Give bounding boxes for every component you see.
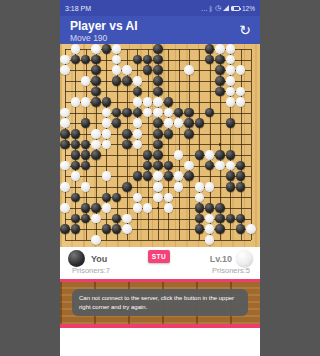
black-stone[interactable]: [153, 55, 163, 65]
white-stone[interactable]: [174, 118, 184, 128]
black-stone[interactable]: [122, 182, 132, 192]
black-stone[interactable]: [226, 118, 236, 128]
white-stone[interactable]: [226, 65, 236, 75]
black-stone[interactable]: [215, 87, 225, 97]
black-stone[interactable]: [153, 129, 163, 139]
white-stone[interactable]: [60, 182, 70, 192]
white-stone[interactable]: [81, 76, 91, 86]
white-stone[interactable]: [153, 97, 163, 107]
white-stone[interactable]: [174, 182, 184, 192]
black-stone[interactable]: [81, 203, 91, 213]
white-stone[interactable]: [226, 44, 236, 54]
black-stone[interactable]: [91, 65, 101, 75]
white-stone[interactable]: [60, 108, 70, 118]
black-stone[interactable]: [143, 65, 153, 75]
white-stone[interactable]: [236, 97, 246, 107]
more-dots-icon: …: [201, 5, 207, 12]
white-stone[interactable]: [174, 150, 184, 160]
black-stone[interactable]: [91, 97, 101, 107]
white-stone[interactable]: [81, 97, 91, 107]
black-stone[interactable]: [112, 108, 122, 118]
black-stone-icon: [68, 250, 85, 267]
black-stone[interactable]: [226, 182, 236, 192]
white-stone[interactable]: [205, 235, 215, 245]
hoshi-point: [157, 207, 160, 210]
player-info-bar: You Prisoners:7 STU Lv.10 Prisoners:5: [60, 247, 260, 279]
white-stone[interactable]: [71, 171, 81, 181]
black-stone[interactable]: [81, 214, 91, 224]
black-stone[interactable]: [205, 161, 215, 171]
black-stone[interactable]: [205, 55, 215, 65]
black-stone[interactable]: [112, 214, 122, 224]
white-stone[interactable]: [102, 108, 112, 118]
battery-percent: 12%: [242, 5, 255, 12]
black-stone[interactable]: [122, 140, 132, 150]
black-stone[interactable]: [143, 55, 153, 65]
white-stone[interactable]: [205, 214, 215, 224]
white-stone[interactable]: [91, 235, 101, 245]
black-stone[interactable]: [133, 55, 143, 65]
white-stone[interactable]: [153, 171, 163, 181]
black-stone[interactable]: [236, 214, 246, 224]
black-stone[interactable]: [71, 224, 81, 234]
status-bar: 3:18 PM … ᛒ ◷ 12%: [60, 0, 260, 16]
white-stone[interactable]: [184, 65, 194, 75]
black-stone[interactable]: [215, 150, 225, 160]
black-stone[interactable]: [102, 97, 112, 107]
white-stone[interactable]: [153, 182, 163, 192]
black-stone[interactable]: [215, 214, 225, 224]
black-stone[interactable]: [153, 65, 163, 75]
white-stone[interactable]: [184, 161, 194, 171]
black-stone[interactable]: [112, 193, 122, 203]
black-stone[interactable]: [236, 171, 246, 181]
white-stone[interactable]: [133, 203, 143, 213]
white-stone[interactable]: [91, 129, 101, 139]
white-stone[interactable]: [195, 193, 205, 203]
white-stone[interactable]: [226, 87, 236, 97]
white-stone[interactable]: [143, 97, 153, 107]
black-stone[interactable]: [133, 171, 143, 181]
black-stone[interactable]: [236, 224, 246, 234]
go-board[interactable]: [60, 44, 260, 247]
black-stone[interactable]: [71, 161, 81, 171]
black-stone[interactable]: [205, 44, 215, 54]
black-stone[interactable]: [195, 203, 205, 213]
white-stone[interactable]: [143, 108, 153, 118]
black-stone[interactable]: [226, 150, 236, 160]
white-stone[interactable]: [133, 76, 143, 86]
black-stone[interactable]: [60, 129, 70, 139]
black-stone[interactable]: [174, 108, 184, 118]
white-stone[interactable]: [205, 150, 215, 160]
board-grid-line: [179, 49, 180, 240]
black-stone[interactable]: [205, 108, 215, 118]
white-stone[interactable]: [195, 182, 205, 192]
black-stone[interactable]: [184, 118, 194, 128]
white-stone[interactable]: [133, 97, 143, 107]
white-stone[interactable]: [102, 118, 112, 128]
white-stone[interactable]: [205, 182, 215, 192]
black-stone[interactable]: [153, 76, 163, 86]
black-stone[interactable]: [91, 76, 101, 86]
black-stone[interactable]: [102, 224, 112, 234]
black-stone[interactable]: [184, 108, 194, 118]
black-stone[interactable]: [81, 55, 91, 65]
black-stone[interactable]: [215, 65, 225, 75]
white-stone[interactable]: [102, 171, 112, 181]
white-stone[interactable]: [122, 214, 132, 224]
black-stone[interactable]: [133, 108, 143, 118]
alarm-clock-icon: ◷: [215, 4, 221, 12]
black-prisoners-count: Prisoners:7: [72, 266, 110, 275]
white-stone[interactable]: [71, 44, 81, 54]
black-stone[interactable]: [153, 118, 163, 128]
white-prisoners-count: Prisoners:5: [212, 266, 250, 275]
white-stone[interactable]: [122, 65, 132, 75]
black-stone[interactable]: [184, 129, 194, 139]
black-stone[interactable]: [164, 97, 174, 107]
black-stone[interactable]: [71, 140, 81, 150]
white-stone[interactable]: [71, 97, 81, 107]
black-stone[interactable]: [133, 87, 143, 97]
black-stone[interactable]: [195, 214, 205, 224]
white-stone[interactable]: [236, 65, 246, 75]
refresh-icon[interactable]: ↻: [237, 22, 253, 38]
black-stone[interactable]: [112, 76, 122, 86]
white-stone[interactable]: [164, 193, 174, 203]
black-stone[interactable]: [205, 203, 215, 213]
black-stone[interactable]: [143, 150, 153, 160]
white-stone[interactable]: [205, 224, 215, 234]
black-stone[interactable]: [91, 55, 101, 65]
black-stone[interactable]: [102, 193, 112, 203]
white-stone[interactable]: [153, 193, 163, 203]
black-stone[interactable]: [122, 129, 132, 139]
clock-time: 3:18 PM: [65, 5, 91, 12]
white-stone[interactable]: [60, 55, 70, 65]
black-stone[interactable]: [112, 224, 122, 234]
toast-message: Can not connect to the server, click the…: [72, 289, 248, 316]
black-stone[interactable]: [71, 150, 81, 160]
black-stone[interactable]: [143, 161, 153, 171]
black-stone[interactable]: [102, 44, 112, 54]
black-stone[interactable]: [71, 214, 81, 224]
black-stone[interactable]: [143, 171, 153, 181]
black-stone[interactable]: [153, 150, 163, 160]
white-stone[interactable]: [226, 76, 236, 86]
white-stone[interactable]: [60, 161, 70, 171]
white-stone[interactable]: [133, 193, 143, 203]
white-stone[interactable]: [133, 140, 143, 150]
white-stone[interactable]: [122, 224, 132, 234]
white-stone[interactable]: [164, 203, 174, 213]
black-stone[interactable]: [164, 171, 174, 181]
white-stone[interactable]: [226, 161, 236, 171]
black-stone[interactable]: [60, 224, 70, 234]
bluetooth-icon: ᛒ: [209, 5, 213, 12]
white-stone[interactable]: [133, 118, 143, 128]
black-stone[interactable]: [153, 161, 163, 171]
black-stone[interactable]: [226, 171, 236, 181]
black-stone[interactable]: [81, 161, 91, 171]
white-stone[interactable]: [153, 108, 163, 118]
black-stone[interactable]: [71, 193, 81, 203]
white-stone[interactable]: [60, 203, 70, 213]
black-stone[interactable]: [81, 150, 91, 160]
white-stone[interactable]: [226, 97, 236, 107]
white-stone[interactable]: [143, 203, 153, 213]
status-icons: … ᛒ ◷ 12%: [201, 4, 255, 12]
white-stone[interactable]: [215, 44, 225, 54]
white-stone[interactable]: [164, 118, 174, 128]
black-stone[interactable]: [164, 129, 174, 139]
white-stone[interactable]: [91, 214, 101, 224]
signal-icon: [223, 5, 229, 11]
white-stone[interactable]: [102, 129, 112, 139]
black-stone[interactable]: [195, 118, 205, 128]
black-stone[interactable]: [236, 161, 246, 171]
white-stone[interactable]: [164, 108, 174, 118]
white-stone[interactable]: [112, 55, 122, 65]
black-stone[interactable]: [215, 55, 225, 65]
black-stone[interactable]: [195, 150, 205, 160]
move-counter: Move 190: [70, 33, 260, 43]
black-stone[interactable]: [215, 76, 225, 86]
white-stone[interactable]: [112, 44, 122, 54]
white-stone[interactable]: [174, 171, 184, 181]
black-stone[interactable]: [122, 76, 132, 86]
black-stone[interactable]: [91, 150, 101, 160]
app-header: Player vs AI Move 190 ↻: [60, 16, 260, 44]
white-stone[interactable]: [236, 87, 246, 97]
black-stone[interactable]: [215, 203, 225, 213]
white-stone[interactable]: [81, 182, 91, 192]
white-stone[interactable]: [133, 129, 143, 139]
white-stone[interactable]: [226, 55, 236, 65]
white-stone[interactable]: [60, 118, 70, 128]
black-stone[interactable]: [236, 182, 246, 192]
white-stone[interactable]: [112, 65, 122, 75]
black-stone[interactable]: [153, 140, 163, 150]
black-stone[interactable]: [81, 118, 91, 128]
white-stone[interactable]: [102, 203, 112, 213]
black-stone[interactable]: [122, 108, 132, 118]
app-screen: 3:18 PM … ᛒ ◷ 12% Player vs AI Move 190 …: [60, 0, 260, 356]
black-stone[interactable]: [195, 224, 205, 234]
black-stone[interactable]: [71, 55, 81, 65]
bottom-blank-area: [60, 332, 260, 356]
white-stone[interactable]: [102, 140, 112, 150]
battery-icon: [231, 6, 240, 11]
white-stone[interactable]: [60, 65, 70, 75]
black-stone[interactable]: [60, 140, 70, 150]
board-grid-line: [241, 49, 242, 240]
board-grid-line: [189, 49, 190, 240]
black-stone[interactable]: [91, 203, 101, 213]
black-stone[interactable]: [184, 171, 194, 181]
ai-level: Lv.10: [210, 254, 232, 264]
black-stone[interactable]: [81, 140, 91, 150]
black-stone[interactable]: [164, 161, 174, 171]
black-stone[interactable]: [153, 44, 163, 54]
page-title: Player vs AI: [70, 19, 260, 33]
white-stone-icon: [236, 250, 253, 267]
white-stone[interactable]: [91, 140, 101, 150]
black-stone[interactable]: [153, 87, 163, 97]
board-grid-line: [251, 49, 252, 240]
black-stone[interactable]: [226, 214, 236, 224]
black-stone[interactable]: [112, 118, 122, 128]
black-stone[interactable]: [215, 224, 225, 234]
stu-button[interactable]: STU: [148, 250, 170, 263]
player-black-name: You: [91, 254, 107, 264]
black-stone[interactable]: [71, 129, 81, 139]
white-stone[interactable]: [246, 224, 256, 234]
white-stone[interactable]: [215, 161, 225, 171]
black-stone[interactable]: [91, 87, 101, 97]
